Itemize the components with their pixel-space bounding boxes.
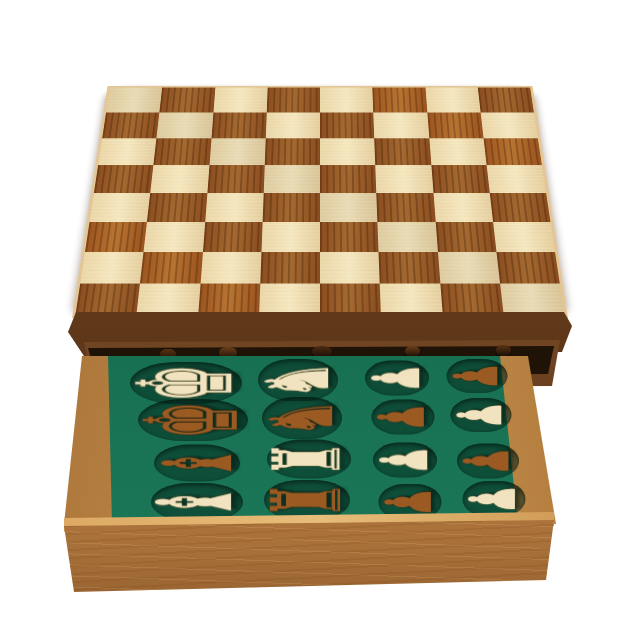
board-square xyxy=(320,252,380,283)
board-square xyxy=(144,222,205,252)
board-square xyxy=(102,112,159,138)
board-square xyxy=(140,252,202,283)
board-square xyxy=(98,138,157,165)
board-square xyxy=(259,284,320,317)
white-pawn-piece: ♟ xyxy=(372,445,438,474)
board-square xyxy=(136,284,200,317)
board-square xyxy=(320,193,378,222)
board-square xyxy=(154,138,212,165)
board-square xyxy=(478,88,534,113)
brown-pawn-piece: ♟ xyxy=(446,362,507,390)
board-square xyxy=(147,193,207,222)
board-perspective-wrap xyxy=(72,86,568,318)
white-knight-piece: ♞ xyxy=(254,361,342,398)
brown-pawn-piece: ♟ xyxy=(378,487,442,517)
board-square xyxy=(490,193,551,222)
white-king-piece: ♚ xyxy=(120,364,251,401)
white-rook-piece: ♜ xyxy=(262,442,355,476)
hidden-piece-tip xyxy=(405,346,420,357)
board-square xyxy=(320,138,375,165)
board-square xyxy=(265,138,320,165)
board-square xyxy=(483,138,542,165)
board-square xyxy=(263,165,320,193)
board-square xyxy=(378,222,438,252)
board-square xyxy=(261,222,320,252)
brown-rook-piece: ♜ xyxy=(259,483,355,518)
board-square xyxy=(320,112,374,138)
board-square xyxy=(373,88,427,113)
board-square xyxy=(267,88,320,113)
board-square xyxy=(500,284,565,317)
board-square xyxy=(440,284,504,317)
board-square xyxy=(320,222,379,252)
board-square xyxy=(320,165,377,193)
board-square xyxy=(75,284,140,317)
board-square xyxy=(211,112,266,138)
board-square xyxy=(496,252,559,283)
board-square xyxy=(207,165,265,193)
board-square xyxy=(431,165,490,193)
board-square xyxy=(429,138,487,165)
board-square xyxy=(427,112,483,138)
board-square xyxy=(377,193,436,222)
board-square xyxy=(380,284,442,317)
board-square xyxy=(85,222,147,252)
brown-pawn-piece: ♟ xyxy=(456,446,519,475)
board-square xyxy=(320,284,381,317)
board-square xyxy=(202,222,262,252)
board-square xyxy=(106,88,162,113)
board-square xyxy=(157,112,213,138)
board-square xyxy=(160,88,215,113)
board-square xyxy=(374,138,430,165)
hidden-piece-tip xyxy=(496,345,511,356)
board-square xyxy=(438,252,500,283)
brown-pawn-piece: ♟ xyxy=(371,402,435,431)
board-square xyxy=(266,112,320,138)
board-square xyxy=(198,284,260,317)
board-square xyxy=(480,112,537,138)
board-square xyxy=(94,165,154,193)
board-square xyxy=(150,165,209,193)
board-square xyxy=(433,193,493,222)
board-trim-border xyxy=(72,86,568,318)
board-square xyxy=(213,88,267,113)
chess-board xyxy=(75,88,564,317)
board-square xyxy=(486,165,546,193)
white-pawn-piece: ♟ xyxy=(364,363,430,392)
board-square xyxy=(373,112,428,138)
white-bishop-piece: ♝ xyxy=(145,486,249,519)
white-pawn-piece: ♟ xyxy=(462,484,526,514)
white-pawn-piece: ♟ xyxy=(450,401,511,429)
brown-bishop-piece: ♝ xyxy=(149,447,245,478)
board-square xyxy=(493,222,555,252)
board-square xyxy=(435,222,496,252)
board-square xyxy=(320,88,373,113)
product-photo-chess-box: ♚♞♟♟♚♞♟♟♝♜♟♟♝♜♟♟ xyxy=(0,0,640,640)
board-square xyxy=(90,193,151,222)
board-square xyxy=(209,138,265,165)
chess-board-frame xyxy=(72,86,568,318)
board-square xyxy=(379,252,440,283)
board-square xyxy=(262,193,320,222)
board-square xyxy=(205,193,264,222)
board-square xyxy=(375,165,433,193)
board-square xyxy=(200,252,261,283)
brown-king-piece: ♚ xyxy=(129,401,258,438)
board-square xyxy=(260,252,320,283)
board-square xyxy=(425,88,480,113)
board-square xyxy=(80,252,143,283)
brown-knight-piece: ♞ xyxy=(258,399,346,436)
